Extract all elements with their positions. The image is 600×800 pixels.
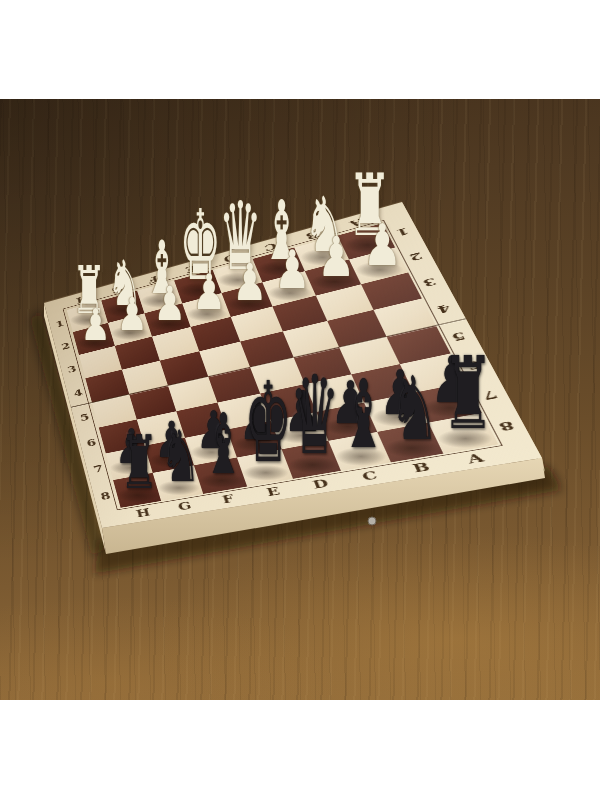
- rank-label-right-1: 1: [394, 226, 410, 238]
- rank-label-left-2: 2: [60, 341, 71, 351]
- rank-label-left-5: 5: [79, 412, 90, 423]
- file-label-far-E: E: [184, 263, 197, 274]
- rank-label-right-3: 3: [421, 276, 438, 288]
- file-label-near-F: F: [221, 493, 236, 505]
- file-label-far-C: C: [263, 241, 278, 252]
- file-label-near-G: G: [177, 500, 193, 512]
- rank-label-left-8: 8: [99, 490, 111, 501]
- rank-label-right-8: 8: [496, 419, 516, 433]
- file-label-far-H: H: [75, 294, 89, 305]
- file-label-near-H: H: [135, 506, 152, 518]
- file-label-near-E: E: [265, 485, 281, 498]
- file-label-far-B: B: [304, 229, 321, 241]
- product-photo-page: 1122334455667788HHGGFFEEDDCCBBAA ♜♞♝♛♚♝♞…: [0, 0, 600, 800]
- rank-label-left-7: 7: [92, 463, 104, 474]
- file-label-far-A: A: [348, 217, 364, 229]
- rank-label-right-4: 4: [435, 302, 453, 314]
- file-label-far-D: D: [222, 252, 237, 263]
- rank-label-left-3: 3: [66, 364, 77, 374]
- file-label-far-F: F: [147, 274, 159, 284]
- rank-label-right-7: 7: [480, 388, 499, 401]
- rank-label-right-6: 6: [464, 358, 483, 371]
- rank-label-right-5: 5: [449, 330, 467, 343]
- file-label-far-G: G: [110, 284, 123, 295]
- file-label-near-D: D: [311, 477, 330, 490]
- file-label-near-A: A: [465, 451, 486, 465]
- rank-label-left-4: 4: [73, 387, 84, 398]
- file-label-near-B: B: [411, 460, 432, 474]
- file-label-near-C: C: [360, 469, 379, 482]
- rank-label-right-2: 2: [407, 250, 424, 262]
- rank-label-left-1: 1: [55, 319, 65, 329]
- rank-label-left-6: 6: [86, 437, 98, 448]
